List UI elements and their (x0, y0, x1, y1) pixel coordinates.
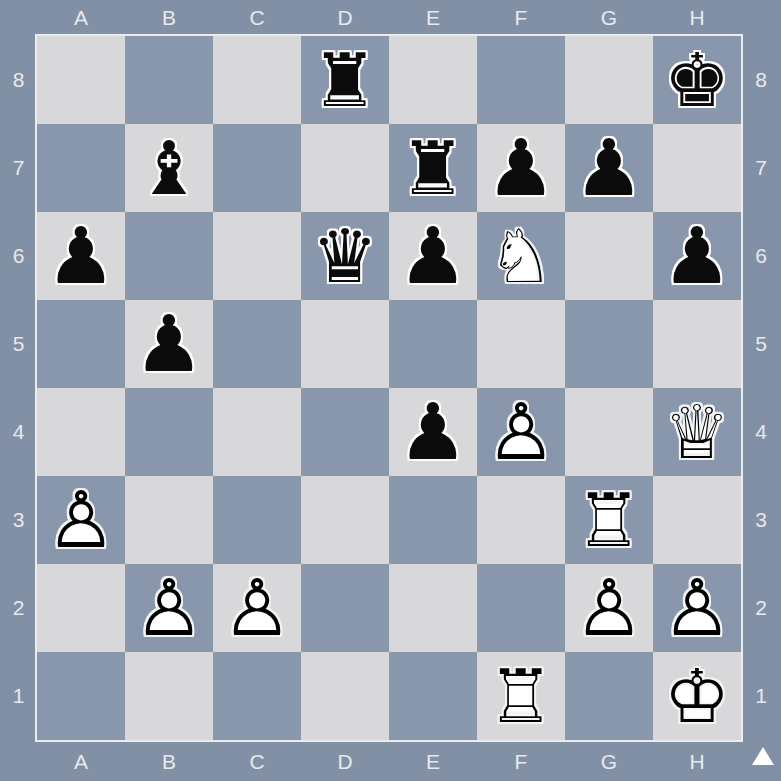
white-pawn-icon: ♙ (565, 564, 653, 652)
white-rook-icon: ♖ (477, 652, 565, 740)
rank-label-1: 1 (741, 652, 781, 740)
rank-label-2: 2 (741, 564, 781, 652)
square-f5[interactable] (477, 300, 565, 388)
square-h3[interactable] (653, 476, 741, 564)
square-b2[interactable]: ♟♙ (125, 564, 213, 652)
square-g1[interactable] (565, 652, 653, 740)
black-pawn-icon: ♟ (477, 124, 565, 212)
square-f3[interactable] (477, 476, 565, 564)
rank-label-1: 1 (0, 652, 37, 740)
file-label-e: E (389, 0, 477, 36)
file-label-h: H (653, 742, 741, 781)
rank-label-6: 6 (741, 212, 781, 300)
white-pawn-icon: ♙ (213, 564, 301, 652)
square-f1[interactable]: ♜♖ (477, 652, 565, 740)
white-pawn-icon: ♙ (477, 388, 565, 476)
piece-black-pawn[interactable]: ♟ (653, 212, 741, 300)
square-h6[interactable]: ♟ (653, 212, 741, 300)
square-c2[interactable]: ♟♙ (213, 564, 301, 652)
rank-label-6: 6 (0, 212, 37, 300)
rank-label-5: 5 (0, 300, 37, 388)
square-g3[interactable]: ♜♖ (565, 476, 653, 564)
rank-label-8: 8 (741, 36, 781, 124)
square-a8[interactable] (37, 36, 125, 124)
piece-white-pawn[interactable]: ♟♙ (565, 564, 653, 652)
square-a7[interactable] (37, 124, 125, 212)
square-h2[interactable]: ♟♙ (653, 564, 741, 652)
square-f4[interactable]: ♟♙ (477, 388, 565, 476)
white-rook-icon: ♖ (565, 476, 653, 564)
white-king-icon: ♔ (653, 652, 741, 740)
square-c1[interactable] (213, 652, 301, 740)
file-labels-top: ABCDEFGH (37, 0, 741, 36)
square-g7[interactable]: ♟ (565, 124, 653, 212)
square-h4[interactable]: ♛♕ (653, 388, 741, 476)
piece-black-pawn[interactable]: ♟ (389, 388, 477, 476)
black-pawn-icon: ♟ (389, 388, 477, 476)
square-b8[interactable] (125, 36, 213, 124)
square-b1[interactable] (125, 652, 213, 740)
white-knight-icon: ♘ (477, 212, 565, 300)
piece-black-pawn[interactable]: ♟ (37, 212, 125, 300)
square-b6[interactable] (125, 212, 213, 300)
square-a2[interactable] (37, 564, 125, 652)
piece-black-queen[interactable]: ♛ (301, 212, 389, 300)
black-pawn-icon: ♟ (565, 124, 653, 212)
square-g6[interactable] (565, 212, 653, 300)
black-pawn-icon: ♟ (653, 212, 741, 300)
rank-label-7: 7 (741, 124, 781, 212)
piece-white-pawn[interactable]: ♟♙ (477, 388, 565, 476)
square-g2[interactable]: ♟♙ (565, 564, 653, 652)
rank-label-4: 4 (741, 388, 781, 476)
rank-label-2: 2 (0, 564, 37, 652)
rank-label-5: 5 (741, 300, 781, 388)
rank-label-8: 8 (0, 36, 37, 124)
piece-black-pawn[interactable]: ♟ (125, 300, 213, 388)
file-label-d: D (301, 742, 389, 781)
white-pawn-icon: ♙ (37, 476, 125, 564)
piece-white-rook[interactable]: ♜♖ (565, 476, 653, 564)
square-c5[interactable] (213, 300, 301, 388)
square-c6[interactable] (213, 212, 301, 300)
file-label-f: F (477, 742, 565, 781)
white-queen-icon: ♕ (653, 388, 741, 476)
file-label-b: B (125, 742, 213, 781)
piece-black-rook[interactable]: ♜ (301, 36, 389, 124)
rank-label-4: 4 (0, 388, 37, 476)
square-b5[interactable]: ♟ (125, 300, 213, 388)
square-h1[interactable]: ♚♔ (653, 652, 741, 740)
black-rook-icon: ♜ (389, 124, 477, 212)
square-b3[interactable] (125, 476, 213, 564)
square-d5[interactable] (301, 300, 389, 388)
piece-white-king[interactable]: ♚♔ (653, 652, 741, 740)
square-f2[interactable] (477, 564, 565, 652)
square-a6[interactable]: ♟ (37, 212, 125, 300)
file-label-c: C (213, 742, 301, 781)
file-label-g: G (565, 742, 653, 781)
piece-black-pawn[interactable]: ♟ (389, 212, 477, 300)
square-a3[interactable]: ♟♙ (37, 476, 125, 564)
piece-black-pawn[interactable]: ♟ (565, 124, 653, 212)
square-d6[interactable]: ♛ (301, 212, 389, 300)
piece-white-pawn[interactable]: ♟♙ (125, 564, 213, 652)
square-e5[interactable] (389, 300, 477, 388)
square-c4[interactable] (213, 388, 301, 476)
square-d2[interactable] (301, 564, 389, 652)
square-e2[interactable] (389, 564, 477, 652)
square-h5[interactable] (653, 300, 741, 388)
square-d8[interactable]: ♜ (301, 36, 389, 124)
square-f8[interactable] (477, 36, 565, 124)
square-e7[interactable]: ♜ (389, 124, 477, 212)
square-c7[interactable] (213, 124, 301, 212)
square-b7[interactable]: ♝ (125, 124, 213, 212)
piece-black-king[interactable]: ♚ (653, 36, 741, 124)
file-label-d: D (301, 0, 389, 36)
piece-black-bishop[interactable]: ♝ (125, 124, 213, 212)
square-e8[interactable] (389, 36, 477, 124)
square-a1[interactable] (37, 652, 125, 740)
file-label-f: F (477, 0, 565, 36)
black-bishop-icon: ♝ (125, 124, 213, 212)
rank-label-7: 7 (0, 124, 37, 212)
black-king-icon: ♚ (653, 36, 741, 124)
rank-labels-left: 87654321 (0, 36, 37, 740)
square-e3[interactable] (389, 476, 477, 564)
square-f7[interactable]: ♟ (477, 124, 565, 212)
white-pawn-icon: ♙ (125, 564, 213, 652)
rank-label-3: 3 (741, 476, 781, 564)
square-c3[interactable] (213, 476, 301, 564)
square-d3[interactable] (301, 476, 389, 564)
file-label-g: G (565, 0, 653, 36)
piece-black-rook[interactable]: ♜ (389, 124, 477, 212)
square-d4[interactable] (301, 388, 389, 476)
piece-white-knight[interactable]: ♞♘ (477, 212, 565, 300)
black-queen-icon: ♛ (301, 212, 389, 300)
square-a5[interactable] (37, 300, 125, 388)
piece-white-pawn[interactable]: ♟♙ (653, 564, 741, 652)
square-e6[interactable]: ♟ (389, 212, 477, 300)
square-e4[interactable]: ♟ (389, 388, 477, 476)
piece-white-pawn[interactable]: ♟♙ (37, 476, 125, 564)
chess-board: ♜♚♝♜♟♟♟♛♟♞♘♟♟♟♟♙♛♕♟♙♜♖♟♙♟♙♟♙♟♙♜♖♚♔ (37, 36, 741, 740)
side-to-move-indicator (752, 747, 774, 765)
square-h8[interactable]: ♚ (653, 36, 741, 124)
file-label-a: A (37, 742, 125, 781)
square-g8[interactable] (565, 36, 653, 124)
rank-labels-right: 87654321 (741, 36, 781, 740)
piece-black-pawn[interactable]: ♟ (477, 124, 565, 212)
square-e1[interactable] (389, 652, 477, 740)
square-d1[interactable] (301, 652, 389, 740)
square-c8[interactable] (213, 36, 301, 124)
black-pawn-icon: ♟ (37, 212, 125, 300)
file-label-h: H (653, 0, 741, 36)
square-f6[interactable]: ♞♘ (477, 212, 565, 300)
black-rook-icon: ♜ (301, 36, 389, 124)
square-g5[interactable] (565, 300, 653, 388)
square-g4[interactable] (565, 388, 653, 476)
file-labels-bottom: ABCDEFGH (37, 742, 741, 781)
chess-diagram: ABCDEFGH ABCDEFGH 87654321 87654321 ♜♚♝♜… (0, 0, 781, 781)
square-d7[interactable] (301, 124, 389, 212)
rank-label-3: 3 (0, 476, 37, 564)
white-pawn-icon: ♙ (653, 564, 741, 652)
piece-white-rook[interactable]: ♜♖ (477, 652, 565, 740)
file-label-b: B (125, 0, 213, 36)
black-pawn-icon: ♟ (125, 300, 213, 388)
file-label-e: E (389, 742, 477, 781)
black-pawn-icon: ♟ (389, 212, 477, 300)
file-label-a: A (37, 0, 125, 36)
piece-white-queen[interactable]: ♛♕ (653, 388, 741, 476)
file-label-c: C (213, 0, 301, 36)
square-h7[interactable] (653, 124, 741, 212)
piece-white-pawn[interactable]: ♟♙ (213, 564, 301, 652)
square-a4[interactable] (37, 388, 125, 476)
square-b4[interactable] (125, 388, 213, 476)
